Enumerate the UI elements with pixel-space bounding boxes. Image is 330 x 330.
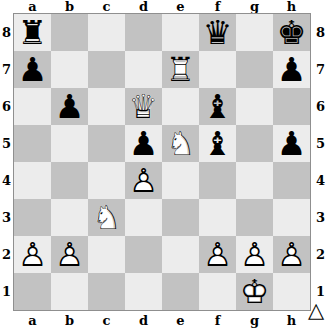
file-label-b: b xyxy=(51,313,88,328)
file-label-d: d xyxy=(125,0,162,13)
rank-label-8: 8 xyxy=(312,14,329,51)
square-a1[interactable] xyxy=(14,273,51,310)
square-e5[interactable]: ♞♘ xyxy=(162,125,199,162)
white-pawn: ♙ xyxy=(125,162,162,199)
square-e3[interactable] xyxy=(162,199,199,236)
rank-label-6: 6 xyxy=(312,88,329,125)
square-c5[interactable] xyxy=(88,125,125,162)
rank-label-8: 8 xyxy=(0,14,13,51)
file-label-h: h xyxy=(273,0,310,13)
black-pawn: ♟ xyxy=(125,125,162,162)
square-f7[interactable] xyxy=(199,51,236,88)
file-label-a: a xyxy=(14,0,51,13)
rank-label-4: 4 xyxy=(312,162,329,199)
white-pawn: ♙ xyxy=(273,236,310,273)
file-label-d: d xyxy=(125,313,162,328)
square-d6[interactable]: ♛♕ xyxy=(125,88,162,125)
rank-label-3: 3 xyxy=(0,199,13,236)
square-b2[interactable]: ♟♙ xyxy=(51,236,88,273)
black-pawn: ♟ xyxy=(273,125,310,162)
file-labels-top: abcdefgh xyxy=(14,0,310,13)
file-label-c: c xyxy=(88,0,125,13)
square-h4[interactable] xyxy=(273,162,310,199)
square-a7[interactable]: ♟ xyxy=(14,51,51,88)
square-g1[interactable]: ♚♔ xyxy=(236,273,273,310)
square-b5[interactable] xyxy=(51,125,88,162)
file-label-e: e xyxy=(162,313,199,328)
square-h6[interactable] xyxy=(273,88,310,125)
square-h3[interactable] xyxy=(273,199,310,236)
rank-labels-left: 87654321 xyxy=(0,14,13,310)
square-a2[interactable]: ♟♙ xyxy=(14,236,51,273)
square-h2[interactable]: ♟♙ xyxy=(273,236,310,273)
square-d4[interactable]: ♟♙ xyxy=(125,162,162,199)
file-label-g: g xyxy=(236,313,273,328)
square-b4[interactable] xyxy=(51,162,88,199)
square-b7[interactable] xyxy=(51,51,88,88)
black-pawn: ♟ xyxy=(273,51,310,88)
square-d5[interactable]: ♟ xyxy=(125,125,162,162)
rank-label-1: 1 xyxy=(0,273,13,310)
square-d2[interactable] xyxy=(125,236,162,273)
square-g4[interactable] xyxy=(236,162,273,199)
square-c3[interactable]: ♞♘ xyxy=(88,199,125,236)
square-c1[interactable] xyxy=(88,273,125,310)
square-d1[interactable] xyxy=(125,273,162,310)
square-e1[interactable] xyxy=(162,273,199,310)
black-rook: ♜ xyxy=(14,14,51,51)
square-h8[interactable]: ♚ xyxy=(273,14,310,51)
white-pawn: ♙ xyxy=(14,236,51,273)
square-e2[interactable] xyxy=(162,236,199,273)
white-king: ♔ xyxy=(236,273,273,310)
rank-label-5: 5 xyxy=(0,125,13,162)
file-label-g: g xyxy=(236,0,273,13)
rank-label-3: 3 xyxy=(312,199,329,236)
black-pawn: ♟ xyxy=(14,51,51,88)
square-f3[interactable] xyxy=(199,199,236,236)
rank-label-6: 6 xyxy=(0,88,13,125)
chess-board: ♜♛♚♟♜♖♟♟♛♕♝♟♞♘♝♟♟♙♞♘♟♙♟♙♟♙♟♙♟♙♚♔ xyxy=(13,13,311,311)
square-a3[interactable] xyxy=(14,199,51,236)
square-f8[interactable]: ♛ xyxy=(199,14,236,51)
square-g2[interactable]: ♟♙ xyxy=(236,236,273,273)
file-label-b: b xyxy=(51,0,88,13)
square-e7[interactable]: ♜♖ xyxy=(162,51,199,88)
square-b3[interactable] xyxy=(51,199,88,236)
chess-diagram: abcdefgh 87654321 ♜♛♚♟♜♖♟♟♛♕♝♟♞♘♝♟♟♙♞♘♟♙… xyxy=(0,0,330,330)
white-knight: ♘ xyxy=(162,125,199,162)
square-a4[interactable] xyxy=(14,162,51,199)
square-a5[interactable] xyxy=(14,125,51,162)
black-bishop: ♝ xyxy=(199,88,236,125)
rank-label-7: 7 xyxy=(312,51,329,88)
square-b1[interactable] xyxy=(51,273,88,310)
square-g8[interactable] xyxy=(236,14,273,51)
white-to-move-indicator: △ xyxy=(303,296,329,324)
white-pawn: ♙ xyxy=(236,236,273,273)
white-pawn: ♙ xyxy=(51,236,88,273)
square-c2[interactable] xyxy=(88,236,125,273)
rank-label-2: 2 xyxy=(312,236,329,273)
rank-label-2: 2 xyxy=(0,236,13,273)
square-d8[interactable] xyxy=(125,14,162,51)
file-label-f: f xyxy=(199,313,236,328)
square-h5[interactable]: ♟ xyxy=(273,125,310,162)
square-g5[interactable] xyxy=(236,125,273,162)
square-d7[interactable] xyxy=(125,51,162,88)
square-f4[interactable] xyxy=(199,162,236,199)
square-c6[interactable] xyxy=(88,88,125,125)
square-f6[interactable]: ♝ xyxy=(199,88,236,125)
square-g3[interactable] xyxy=(236,199,273,236)
square-h7[interactable]: ♟ xyxy=(273,51,310,88)
square-c8[interactable] xyxy=(88,14,125,51)
rank-label-4: 4 xyxy=(0,162,13,199)
square-g7[interactable] xyxy=(236,51,273,88)
black-pawn: ♟ xyxy=(51,88,88,125)
square-e8[interactable] xyxy=(162,14,199,51)
black-bishop: ♝ xyxy=(199,125,236,162)
white-rook: ♖ xyxy=(162,51,199,88)
file-label-c: c xyxy=(88,313,125,328)
file-label-e: e xyxy=(162,0,199,13)
square-c7[interactable] xyxy=(88,51,125,88)
white-knight: ♘ xyxy=(88,199,125,236)
square-e6[interactable] xyxy=(162,88,199,125)
square-f2[interactable]: ♟♙ xyxy=(199,236,236,273)
square-c4[interactable] xyxy=(88,162,125,199)
square-d3[interactable] xyxy=(125,199,162,236)
white-pawn: ♙ xyxy=(199,236,236,273)
square-g6[interactable] xyxy=(236,88,273,125)
square-b8[interactable] xyxy=(51,14,88,51)
file-label-f: f xyxy=(199,0,236,13)
black-king: ♚ xyxy=(273,14,310,51)
file-labels-bottom: abcdefgh xyxy=(14,313,310,328)
rank-label-7: 7 xyxy=(0,51,13,88)
file-label-a: a xyxy=(14,313,51,328)
square-b6[interactable]: ♟ xyxy=(51,88,88,125)
square-f1[interactable] xyxy=(199,273,236,310)
rank-labels-right: 87654321 xyxy=(312,14,329,310)
black-queen: ♛ xyxy=(199,14,236,51)
square-e4[interactable] xyxy=(162,162,199,199)
rank-label-5: 5 xyxy=(312,125,329,162)
square-f5[interactable]: ♝ xyxy=(199,125,236,162)
square-a8[interactable]: ♜ xyxy=(14,14,51,51)
white-queen: ♕ xyxy=(125,88,162,125)
square-a6[interactable] xyxy=(14,88,51,125)
